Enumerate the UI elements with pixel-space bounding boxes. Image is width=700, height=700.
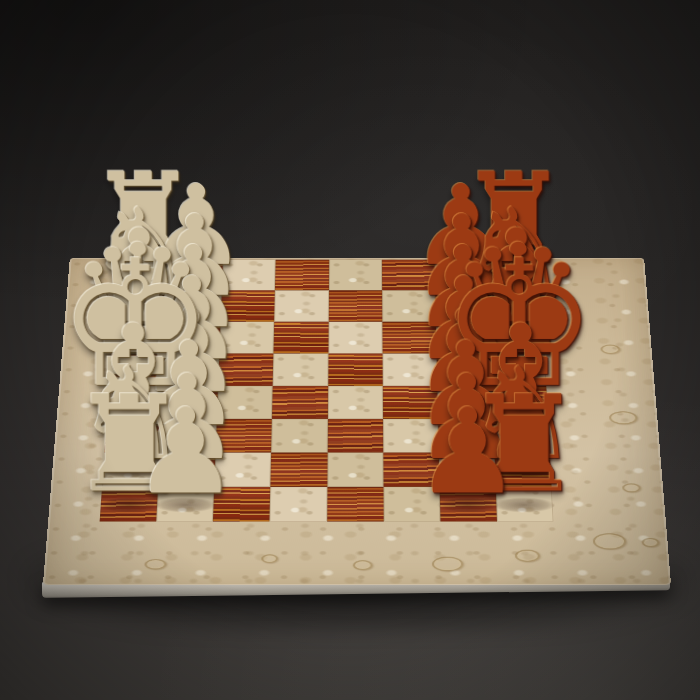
red-pawn: ♟	[376, 398, 561, 506]
board-surface: ♜♞♝♛♚♝♞♜♟♟♟♟♟♟♟♟♟♟♟♟♟♟♟♟♜♞♝♛♚♝♞♜	[43, 258, 671, 585]
chess-board: ♜♞♝♛♚♝♞♜♟♟♟♟♟♟♟♟♟♟♟♟♟♟♟♟♜♞♝♛♚♝♞♜	[43, 258, 671, 585]
photo-backdrop: ♜♞♝♛♚♝♞♜♟♟♟♟♟♟♟♟♟♟♟♟♟♟♟♟♜♞♝♛♚♝♞♜	[0, 0, 700, 700]
cream-pawn: ♟	[93, 398, 278, 506]
pieces-layer: ♜♞♝♛♚♝♞♜♟♟♟♟♟♟♟♟♟♟♟♟♟♟♟♟♜♞♝♛♚♝♞♜	[43, 258, 671, 585]
